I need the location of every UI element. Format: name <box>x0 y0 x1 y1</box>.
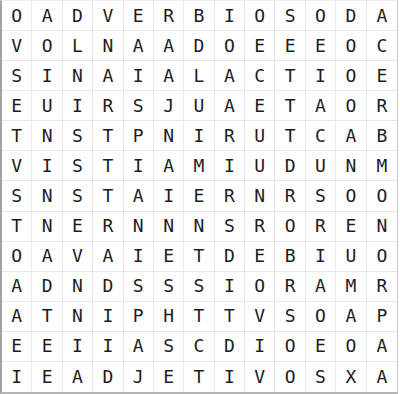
grid-cell[interactable]: N <box>63 302 93 332</box>
grid-cell[interactable]: U <box>336 242 366 272</box>
grid-cell[interactable]: T <box>184 242 214 272</box>
grid-cell[interactable]: A <box>2 302 32 332</box>
grid-cell[interactable]: E <box>245 91 275 121</box>
grid-cell[interactable]: O <box>306 302 336 332</box>
grid-cell[interactable]: T <box>184 302 214 332</box>
grid-cell[interactable]: N <box>154 121 184 151</box>
grid-cell[interactable]: E <box>245 242 275 272</box>
grid-cell[interactable]: R <box>306 212 336 242</box>
grid-cell[interactable]: L <box>63 31 93 61</box>
grid-cell[interactable]: S <box>154 272 184 302</box>
grid-cell[interactable]: E <box>32 332 62 362</box>
grid-cell[interactable]: M <box>184 151 214 181</box>
grid-cell[interactable]: S <box>306 362 336 392</box>
grid-cell[interactable]: T <box>184 362 214 392</box>
grid-cell[interactable]: D <box>336 1 366 31</box>
grid-cell[interactable]: N <box>63 272 93 302</box>
grid-cell[interactable]: N <box>32 212 62 242</box>
grid-cell[interactable]: E <box>124 1 154 31</box>
grid-cell[interactable]: M <box>336 272 366 302</box>
grid-cell[interactable]: A <box>367 362 397 392</box>
grid-cell[interactable]: A <box>124 31 154 61</box>
grid-cell[interactable]: A <box>367 332 397 362</box>
grid-cell[interactable]: R <box>154 1 184 31</box>
grid-cell[interactable]: D <box>32 272 62 302</box>
grid-cell[interactable]: N <box>124 212 154 242</box>
grid-cell[interactable]: I <box>63 91 93 121</box>
grid-cell[interactable]: N <box>93 31 123 61</box>
grid-cell[interactable]: A <box>93 61 123 91</box>
grid-cell[interactable]: D <box>215 242 245 272</box>
grid-cell[interactable]: E <box>275 31 305 61</box>
grid-cell[interactable]: V <box>93 1 123 31</box>
grid-cell[interactable]: O <box>336 31 366 61</box>
grid-cell[interactable]: A <box>154 31 184 61</box>
grid-cell[interactable]: S <box>2 61 32 91</box>
grid-cell[interactable]: A <box>154 61 184 91</box>
grid-cell[interactable]: U <box>245 151 275 181</box>
grid-cell[interactable]: O <box>275 332 305 362</box>
grid-cell[interactable]: C <box>245 61 275 91</box>
grid-cell[interactable]: V <box>245 302 275 332</box>
grid-cell[interactable]: S <box>124 91 154 121</box>
grid-cell[interactable]: P <box>124 302 154 332</box>
grid-cell[interactable]: A <box>124 181 154 211</box>
grid-cell[interactable]: E <box>2 91 32 121</box>
grid-cell[interactable]: E <box>336 212 366 242</box>
grid-cell[interactable]: I <box>124 242 154 272</box>
grid-cell[interactable]: I <box>2 362 32 392</box>
grid-cell[interactable]: R <box>93 91 123 121</box>
grid-cell[interactable]: B <box>367 121 397 151</box>
grid-cell[interactable]: A <box>367 1 397 31</box>
grid-cell[interactable]: O <box>336 61 366 91</box>
grid-cell[interactable]: U <box>184 91 214 121</box>
grid-cell[interactable]: E <box>184 181 214 211</box>
grid-cell[interactable]: N <box>154 212 184 242</box>
grid-cell[interactable]: S <box>63 181 93 211</box>
grid-cell[interactable]: E <box>245 31 275 61</box>
grid-cell[interactable]: J <box>154 91 184 121</box>
grid-cell[interactable]: D <box>93 362 123 392</box>
grid-cell[interactable]: A <box>336 121 366 151</box>
grid-cell[interactable]: V <box>63 242 93 272</box>
grid-cell[interactable]: I <box>215 151 245 181</box>
grid-cell[interactable]: T <box>2 212 32 242</box>
grid-cell[interactable]: O <box>336 332 366 362</box>
grid-cell[interactable]: O <box>245 1 275 31</box>
grid-cell[interactable]: U <box>306 151 336 181</box>
grid-cell[interactable]: U <box>245 121 275 151</box>
grid-cell[interactable]: A <box>215 61 245 91</box>
grid-cell[interactable]: T <box>215 302 245 332</box>
grid-cell[interactable]: A <box>32 242 62 272</box>
grid-cell[interactable]: N <box>63 61 93 91</box>
grid-cell[interactable]: D <box>93 272 123 302</box>
grid-cell[interactable]: O <box>245 272 275 302</box>
grid-cell[interactable]: M <box>367 151 397 181</box>
grid-cell[interactable]: O <box>2 242 32 272</box>
grid-cell[interactable]: E <box>306 31 336 61</box>
grid-cell[interactable]: D <box>184 31 214 61</box>
grid-cell[interactable]: A <box>93 242 123 272</box>
grid-cell[interactable]: I <box>215 1 245 31</box>
grid-cell[interactable]: R <box>367 272 397 302</box>
grid-cell[interactable]: I <box>32 61 62 91</box>
grid-cell[interactable]: I <box>93 302 123 332</box>
grid-cell[interactable]: I <box>93 332 123 362</box>
grid-cell[interactable]: S <box>124 272 154 302</box>
grid-cell[interactable]: E <box>154 242 184 272</box>
grid-cell[interactable]: N <box>32 121 62 151</box>
word-search-board: OADVERBIOSODAVOLNAADOEEEOCSINAIALACTIOEE… <box>0 0 398 394</box>
grid-cell[interactable]: V <box>2 31 32 61</box>
grid-cell[interactable]: A <box>32 1 62 31</box>
grid-cell[interactable]: C <box>184 332 214 362</box>
grid-cell[interactable]: A <box>215 91 245 121</box>
grid-cell[interactable]: R <box>275 272 305 302</box>
grid-cell[interactable]: S <box>215 212 245 242</box>
grid-cell[interactable]: A <box>306 272 336 302</box>
grid-cell[interactable]: N <box>336 151 366 181</box>
grid-cell[interactable]: P <box>367 302 397 332</box>
grid-cell[interactable]: I <box>306 61 336 91</box>
grid-cell[interactable]: A <box>154 151 184 181</box>
grid-cell[interactable]: O <box>275 362 305 392</box>
grid-cell[interactable]: T <box>32 302 62 332</box>
grid-cell[interactable]: I <box>124 61 154 91</box>
grid-cell[interactable]: D <box>63 1 93 31</box>
grid-cell[interactable]: S <box>63 121 93 151</box>
grid-cell[interactable]: N <box>367 212 397 242</box>
grid-cell[interactable]: T <box>275 121 305 151</box>
grid-cell[interactable]: E <box>63 212 93 242</box>
grid-cell[interactable]: B <box>275 242 305 272</box>
grid-cell[interactable]: R <box>275 181 305 211</box>
grid-cell[interactable]: O <box>2 1 32 31</box>
grid-cell[interactable]: O <box>336 181 366 211</box>
grid-cell[interactable]: O <box>32 31 62 61</box>
grid-cell[interactable]: A <box>306 91 336 121</box>
grid-cell[interactable]: P <box>124 121 154 151</box>
grid-cell[interactable]: I <box>215 272 245 302</box>
grid-cell[interactable]: R <box>245 212 275 242</box>
grid-cell[interactable]: T <box>2 121 32 151</box>
grid-cell[interactable]: E <box>154 362 184 392</box>
grid-cell[interactable]: S <box>275 302 305 332</box>
grid-cell[interactable]: I <box>124 151 154 181</box>
grid-cell[interactable]: D <box>215 332 245 362</box>
grid-cell[interactable]: U <box>32 91 62 121</box>
grid-cell[interactable]: T <box>275 91 305 121</box>
grid-cell[interactable]: V <box>2 151 32 181</box>
grid-cell[interactable]: T <box>93 151 123 181</box>
grid-cell[interactable]: E <box>306 332 336 362</box>
grid-cell[interactable]: A <box>336 302 366 332</box>
grid-cell[interactable]: O <box>367 181 397 211</box>
grid-cell[interactable]: D <box>275 151 305 181</box>
grid-cell[interactable]: S <box>275 1 305 31</box>
grid-cell[interactable]: I <box>63 332 93 362</box>
grid-cell[interactable]: B <box>184 1 214 31</box>
grid-cell[interactable]: S <box>63 151 93 181</box>
grid-cell[interactable]: T <box>93 121 123 151</box>
grid-cell[interactable]: S <box>306 181 336 211</box>
grid-cell[interactable]: R <box>93 212 123 242</box>
grid-cell[interactable]: E <box>367 61 397 91</box>
grid-cell[interactable]: X <box>336 362 366 392</box>
grid-cell[interactable]: C <box>367 31 397 61</box>
grid-cell[interactable]: R <box>367 91 397 121</box>
grid-cell[interactable]: R <box>215 181 245 211</box>
grid-cell[interactable]: O <box>275 212 305 242</box>
grid-cell[interactable]: L <box>184 61 214 91</box>
grid-cell[interactable]: S <box>184 272 214 302</box>
grid-cell[interactable]: H <box>154 302 184 332</box>
grid-cell[interactable]: S <box>154 332 184 362</box>
grid-cell[interactable]: T <box>93 181 123 211</box>
grid-cell[interactable]: A <box>63 362 93 392</box>
grid-cell[interactable]: I <box>184 121 214 151</box>
grid-cell[interactable]: O <box>367 242 397 272</box>
grid-cell[interactable]: I <box>215 362 245 392</box>
grid-cell[interactable]: I <box>245 332 275 362</box>
grid-cell[interactable]: I <box>306 242 336 272</box>
grid-cell[interactable]: N <box>245 181 275 211</box>
grid-cell[interactable]: N <box>184 212 214 242</box>
grid-cell[interactable]: R <box>215 121 245 151</box>
grid-cell[interactable]: E <box>2 332 32 362</box>
grid-cell[interactable]: A <box>2 272 32 302</box>
grid-cell[interactable]: O <box>336 91 366 121</box>
grid-cell[interactable]: V <box>245 362 275 392</box>
grid-cell[interactable]: N <box>32 181 62 211</box>
grid-cell[interactable]: E <box>32 362 62 392</box>
grid-cell[interactable]: A <box>124 332 154 362</box>
grid-cell[interactable]: C <box>306 121 336 151</box>
grid-cell[interactable]: T <box>275 61 305 91</box>
grid-cell[interactable]: I <box>32 151 62 181</box>
grid-cell[interactable]: O <box>215 31 245 61</box>
grid-cell[interactable]: J <box>124 362 154 392</box>
grid-cell[interactable]: O <box>306 1 336 31</box>
grid-cell[interactable]: I <box>154 181 184 211</box>
grid-cell[interactable]: S <box>2 181 32 211</box>
